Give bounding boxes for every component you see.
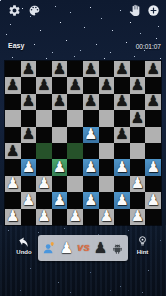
square-r2c1[interactable]: ♟ bbox=[5, 77, 21, 93]
undo-button[interactable]: Undo bbox=[9, 235, 39, 255]
square-r4c2 bbox=[21, 110, 37, 126]
matchup-panel[interactable]: ♟ VS ♟ bbox=[38, 235, 128, 261]
black-man: ♟ bbox=[22, 94, 35, 109]
settings-gear-icon bbox=[8, 4, 21, 17]
square-r6c2 bbox=[21, 143, 37, 159]
square-r5c6[interactable]: ♟ bbox=[83, 127, 99, 143]
square-r6c7[interactable] bbox=[99, 143, 115, 159]
square-r10c1[interactable]: ♟ bbox=[5, 209, 21, 225]
square-r10c6 bbox=[83, 209, 99, 225]
square-r5c9 bbox=[130, 127, 146, 143]
black-pawn-icon: ♟ bbox=[94, 241, 107, 256]
square-r7c6[interactable]: ♟ bbox=[83, 159, 99, 175]
white-man: ♟ bbox=[115, 160, 128, 175]
square-r3c1 bbox=[5, 94, 21, 110]
difficulty-label: Easy bbox=[8, 42, 24, 49]
undo-label: Undo bbox=[9, 249, 39, 255]
white-man: ♟ bbox=[22, 160, 35, 175]
square-r9c6[interactable]: ♟ bbox=[83, 192, 99, 208]
black-man: ♟ bbox=[53, 94, 66, 109]
square-r5c2[interactable]: ♟ bbox=[21, 127, 37, 143]
square-r5c4[interactable] bbox=[52, 127, 68, 143]
square-r8c9[interactable]: ♟ bbox=[130, 176, 146, 192]
white-man: ♟ bbox=[131, 209, 144, 224]
square-r9c7 bbox=[99, 192, 115, 208]
square-r1c10[interactable]: ♟ bbox=[145, 61, 161, 77]
square-r7c5 bbox=[67, 159, 83, 175]
square-r8c7[interactable] bbox=[99, 176, 115, 192]
square-r2c7[interactable]: ♟ bbox=[99, 77, 115, 93]
square-r3c5 bbox=[67, 94, 83, 110]
square-r1c1 bbox=[5, 61, 21, 77]
square-r4c6 bbox=[83, 110, 99, 126]
square-r10c5[interactable]: ♟ bbox=[67, 209, 83, 225]
hint-button[interactable]: Hint bbox=[129, 235, 156, 255]
square-r2c6 bbox=[83, 77, 99, 93]
white-man: ♟ bbox=[115, 193, 128, 208]
white-man: ♟ bbox=[84, 193, 97, 208]
square-r5c7 bbox=[99, 127, 115, 143]
pan-hand-icon bbox=[128, 4, 141, 17]
theme-palette-icon bbox=[28, 4, 41, 17]
black-man: ♟ bbox=[6, 144, 19, 159]
square-r4c8 bbox=[114, 110, 130, 126]
square-r10c2 bbox=[21, 209, 37, 225]
black-man: ♟ bbox=[22, 62, 35, 77]
white-man: ♟ bbox=[84, 127, 97, 142]
square-r4c9[interactable]: ♟ bbox=[130, 110, 146, 126]
square-r8c10 bbox=[145, 176, 161, 192]
hint-label: Hint bbox=[129, 249, 156, 255]
black-man: ♟ bbox=[53, 62, 66, 77]
square-r5c1 bbox=[5, 127, 21, 143]
black-man: ♟ bbox=[146, 62, 159, 77]
black-man: ♟ bbox=[131, 111, 144, 126]
square-r6c1[interactable]: ♟ bbox=[5, 143, 21, 159]
square-r1c5 bbox=[67, 61, 83, 77]
white-man: ♟ bbox=[146, 193, 159, 208]
square-r1c3 bbox=[36, 61, 52, 77]
white-man: ♟ bbox=[53, 193, 66, 208]
square-r8c8 bbox=[114, 176, 130, 192]
lightbulb-icon bbox=[129, 235, 156, 248]
white-man: ♟ bbox=[131, 176, 144, 191]
square-r10c10 bbox=[145, 209, 161, 225]
black-man: ♟ bbox=[84, 62, 97, 77]
undo-arrow-icon bbox=[9, 235, 39, 248]
square-r1c2[interactable]: ♟ bbox=[21, 61, 37, 77]
human-player-icon bbox=[42, 241, 56, 255]
square-r4c1[interactable] bbox=[5, 110, 21, 126]
square-r3c4[interactable]: ♟ bbox=[52, 94, 68, 110]
black-man: ♟ bbox=[37, 78, 50, 93]
square-r8c1[interactable]: ♟ bbox=[5, 176, 21, 192]
square-r8c6 bbox=[83, 176, 99, 192]
board: ♟♟♟♟♟♟♟♟♟♟♟♟♟♟♟♟♟♟♟♟♟♟♟♟♟♟♟♟♟♟♟♟♟♟♟♟♟♟ bbox=[5, 61, 161, 225]
square-r6c3[interactable] bbox=[36, 143, 52, 159]
square-r1c4[interactable]: ♟ bbox=[52, 61, 68, 77]
square-r2c4 bbox=[52, 77, 68, 93]
square-r10c7[interactable]: ♟ bbox=[99, 209, 115, 225]
square-r7c10[interactable]: ♟ bbox=[145, 159, 161, 175]
white-man: ♟ bbox=[6, 209, 19, 224]
black-man: ♟ bbox=[115, 127, 128, 142]
white-man: ♟ bbox=[53, 160, 66, 175]
square-r9c2[interactable]: ♟ bbox=[21, 192, 37, 208]
black-man: ♟ bbox=[68, 78, 81, 93]
square-r3c6[interactable]: ♟ bbox=[83, 94, 99, 110]
square-r9c8[interactable]: ♟ bbox=[114, 192, 130, 208]
square-r9c5 bbox=[67, 192, 83, 208]
square-r5c5 bbox=[67, 127, 83, 143]
white-man: ♟ bbox=[37, 209, 50, 224]
white-man: ♟ bbox=[68, 209, 81, 224]
square-r4c4 bbox=[52, 110, 68, 126]
square-r8c5[interactable] bbox=[67, 176, 83, 192]
square-r3c9 bbox=[130, 94, 146, 110]
white-pawn-icon: ♟ bbox=[60, 241, 73, 256]
touch-mode-button[interactable] bbox=[128, 4, 141, 17]
square-r9c4[interactable]: ♟ bbox=[52, 192, 68, 208]
square-r1c9 bbox=[130, 61, 146, 77]
square-r2c8 bbox=[114, 77, 130, 93]
theme-button[interactable] bbox=[28, 4, 41, 17]
settings-button[interactable] bbox=[8, 4, 21, 17]
new-game-button[interactable] bbox=[147, 4, 160, 17]
square-r3c2[interactable]: ♟ bbox=[21, 94, 37, 110]
square-r8c2 bbox=[21, 176, 37, 192]
square-r3c7 bbox=[99, 94, 115, 110]
square-r10c3[interactable]: ♟ bbox=[36, 209, 52, 225]
square-r6c10 bbox=[145, 143, 161, 159]
square-r2c2 bbox=[21, 77, 37, 93]
square-r9c9 bbox=[130, 192, 146, 208]
square-r8c3[interactable]: ♟ bbox=[36, 176, 52, 192]
black-man: ♟ bbox=[146, 94, 159, 109]
square-r1c7 bbox=[99, 61, 115, 77]
square-r6c9[interactable] bbox=[130, 143, 146, 159]
square-r1c8[interactable]: ♟ bbox=[114, 61, 130, 77]
square-r6c5[interactable] bbox=[67, 143, 83, 159]
square-r7c1 bbox=[5, 159, 21, 175]
black-man: ♟ bbox=[22, 127, 35, 142]
square-r6c4 bbox=[52, 143, 68, 159]
square-r10c8 bbox=[114, 209, 130, 225]
square-r9c1 bbox=[5, 192, 21, 208]
square-r8c4 bbox=[52, 176, 68, 192]
square-r7c9 bbox=[130, 159, 146, 175]
square-r5c10[interactable] bbox=[145, 127, 161, 143]
square-r2c10 bbox=[145, 77, 161, 93]
square-r7c8[interactable]: ♟ bbox=[114, 159, 130, 175]
square-r4c5[interactable] bbox=[67, 110, 83, 126]
white-man: ♟ bbox=[146, 160, 159, 175]
square-r9c3 bbox=[36, 192, 52, 208]
checkers-app: Easy 00:01:07 ♟♟♟♟♟♟♟♟♟♟♟♟♟♟♟♟♟♟♟♟♟♟♟♟♟♟… bbox=[0, 0, 166, 296]
white-man: ♟ bbox=[6, 176, 19, 191]
square-r7c7 bbox=[99, 159, 115, 175]
android-ai-icon bbox=[111, 242, 124, 255]
black-man: ♟ bbox=[6, 78, 19, 93]
white-man: ♟ bbox=[84, 160, 97, 175]
square-r7c2[interactable]: ♟ bbox=[21, 159, 37, 175]
square-r5c8[interactable]: ♟ bbox=[114, 127, 130, 143]
vs-label: VS bbox=[77, 243, 90, 253]
square-r3c8[interactable]: ♟ bbox=[114, 94, 130, 110]
square-r2c5[interactable]: ♟ bbox=[67, 77, 83, 93]
square-r9c10[interactable]: ♟ bbox=[145, 192, 161, 208]
square-r10c4 bbox=[52, 209, 68, 225]
black-man: ♟ bbox=[84, 94, 97, 109]
square-r6c6 bbox=[83, 143, 99, 159]
add-circle-icon bbox=[147, 4, 160, 17]
square-r7c4[interactable]: ♟ bbox=[52, 159, 68, 175]
square-r3c3 bbox=[36, 94, 52, 110]
square-r6c8 bbox=[114, 143, 130, 159]
black-man: ♟ bbox=[131, 78, 144, 93]
square-r7c3 bbox=[36, 159, 52, 175]
square-r4c3[interactable] bbox=[36, 110, 52, 126]
square-r5c3 bbox=[36, 127, 52, 143]
black-man: ♟ bbox=[100, 78, 113, 93]
white-man: ♟ bbox=[100, 209, 113, 224]
white-man: ♟ bbox=[22, 193, 35, 208]
game-timer: 00:01:07 bbox=[136, 43, 161, 50]
black-man: ♟ bbox=[115, 94, 128, 109]
square-r3c10[interactable]: ♟ bbox=[145, 94, 161, 110]
white-man: ♟ bbox=[37, 176, 50, 191]
square-r2c9[interactable]: ♟ bbox=[130, 77, 146, 93]
black-man: ♟ bbox=[115, 62, 128, 77]
square-r10c9[interactable]: ♟ bbox=[130, 209, 146, 225]
square-r2c3[interactable]: ♟ bbox=[36, 77, 52, 93]
square-r4c7[interactable] bbox=[99, 110, 115, 126]
square-r4c10 bbox=[145, 110, 161, 126]
square-r1c6[interactable]: ♟ bbox=[83, 61, 99, 77]
